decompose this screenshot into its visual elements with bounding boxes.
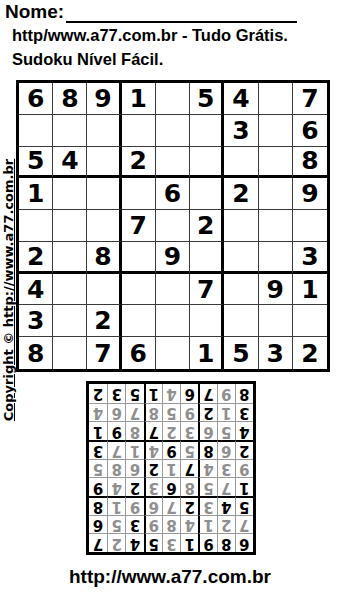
puzzle-cell-r8c4 [122, 305, 156, 337]
solution-cell-r4c5: 6 [162, 477, 180, 496]
puzzle-cell-r1c2: 8 [53, 83, 87, 115]
puzzle-cell-r3c8 [259, 147, 293, 179]
puzzle-cell-r9c2 [53, 337, 87, 369]
puzzle-cell-r7c4 [122, 274, 156, 306]
solution-cell-r7c6: 7 [144, 421, 162, 440]
puzzle-level-title: Sudoku Nível Fácil. [12, 50, 163, 69]
puzzle-cell-r7c2 [53, 274, 87, 306]
puzzle-cell-r9c3: 7 [87, 337, 121, 369]
solution-cell-r9c4: 6 [180, 384, 198, 403]
puzzle-cell-r9c9: 2 [293, 337, 327, 369]
solution-cell-r6c8: 7 [107, 440, 125, 459]
solution-cell-r1c5: 3 [162, 533, 180, 552]
solution-cell-r3c3: 3 [198, 496, 216, 515]
puzzle-cell-r7c3 [87, 274, 121, 306]
solution-cell-r8c4: 9 [180, 403, 198, 422]
puzzle-cell-r7c9: 1 [293, 274, 327, 306]
puzzle-cell-r2c4 [122, 115, 156, 147]
site-header-text: http/www.a77.com.br - Tudo Grátis. [12, 26, 288, 45]
puzzle-cell-r3c3 [87, 147, 121, 179]
solution-cell-r4c3: 5 [198, 477, 216, 496]
solution-cell-r3c9: 8 [89, 496, 107, 515]
solution-cell-r5c5: 1 [162, 459, 180, 478]
puzzle-cell-r4c5: 6 [156, 178, 190, 210]
solution-cell-r7c7: 8 [125, 421, 143, 440]
puzzle-cell-r9c6: 1 [190, 337, 224, 369]
puzzle-cell-r3c1: 5 [19, 147, 53, 179]
puzzle-cell-r1c4: 1 [122, 83, 156, 115]
puzzle-cell-r3c5 [156, 147, 190, 179]
solution-cell-r2c9: 6 [89, 515, 107, 534]
solution-cell-r3c6: 6 [144, 496, 162, 515]
puzzle-cell-r1c3: 9 [87, 83, 121, 115]
puzzle-cell-r2c2 [53, 115, 87, 147]
puzzle-cell-r2c7: 3 [224, 115, 258, 147]
puzzle-cell-r5c6: 2 [190, 210, 224, 242]
puzzle-cell-r1c1: 6 [19, 83, 53, 115]
solution-cell-r5c6: 2 [144, 459, 162, 478]
puzzle-cell-r6c4 [122, 242, 156, 274]
solution-cell-r2c2: 2 [217, 515, 235, 534]
sudoku-puzzle-grid: 689154736542816297228934791328761532 [16, 80, 330, 372]
puzzle-cell-r2c6 [190, 115, 224, 147]
solution-cell-r5c4: 7 [180, 459, 198, 478]
puzzle-cell-r1c7: 4 [224, 83, 258, 115]
solution-cell-r3c7: 9 [125, 496, 143, 515]
solution-cell-r1c9: 7 [89, 533, 107, 552]
solution-cell-r9c6: 1 [144, 384, 162, 403]
solution-cell-r2c1: 7 [235, 515, 253, 534]
puzzle-cell-r4c6 [190, 178, 224, 210]
puzzle-cell-r6c1: 2 [19, 242, 53, 274]
solution-cell-r8c2: 1 [217, 403, 235, 422]
puzzle-cell-r6c5: 9 [156, 242, 190, 274]
solution-cell-r4c9: 9 [89, 477, 107, 496]
puzzle-cell-r6c8 [259, 242, 293, 274]
puzzle-cell-r2c1 [19, 115, 53, 147]
puzzle-cell-r4c8 [259, 178, 293, 210]
solution-cell-r2c7: 3 [125, 515, 143, 534]
solution-cell-r4c8: 4 [107, 477, 125, 496]
puzzle-cell-r4c1: 1 [19, 178, 53, 210]
puzzle-cell-r9c5 [156, 337, 190, 369]
puzzle-cell-r3c2: 4 [53, 147, 87, 179]
puzzle-cell-r8c3: 2 [87, 305, 121, 337]
puzzle-cell-r2c5 [156, 115, 190, 147]
puzzle-cell-r8c8 [259, 305, 293, 337]
name-label: Nome: [5, 1, 64, 23]
solution-cell-r4c1: 1 [235, 477, 253, 496]
solution-cell-r5c2: 3 [217, 459, 235, 478]
puzzle-cell-r1c8 [259, 83, 293, 115]
solution-cell-r1c6: 5 [144, 533, 162, 552]
puzzle-cell-r7c1: 4 [19, 274, 53, 306]
puzzle-cell-r8c5 [156, 305, 190, 337]
solution-cell-r7c3: 6 [198, 421, 216, 440]
puzzle-cell-r3c9: 8 [293, 147, 327, 179]
puzzle-cell-r1c9: 7 [293, 83, 327, 115]
puzzle-cell-r5c9 [293, 210, 327, 242]
solution-cell-r7c5: 2 [162, 421, 180, 440]
solution-cell-r4c6: 3 [144, 477, 162, 496]
solution-cell-r7c2: 5 [217, 421, 235, 440]
puzzle-cell-r5c1 [19, 210, 53, 242]
puzzle-cell-r2c9: 6 [293, 115, 327, 147]
solution-cell-r3c1: 5 [235, 496, 253, 515]
solution-cell-r6c3: 8 [198, 440, 216, 459]
solution-cell-r6c1: 2 [235, 440, 253, 459]
puzzle-cell-r2c3 [87, 115, 121, 147]
puzzle-cell-r8c9 [293, 305, 327, 337]
solution-cell-r9c9: 2 [89, 384, 107, 403]
puzzle-cell-r6c7 [224, 242, 258, 274]
solution-cell-r8c3: 2 [198, 403, 216, 422]
solution-cell-r7c4: 3 [180, 421, 198, 440]
puzzle-cell-r3c7 [224, 147, 258, 179]
solution-cell-r8c5: 5 [162, 403, 180, 422]
solution-cell-r5c9: 5 [89, 459, 107, 478]
puzzle-cell-r6c2 [53, 242, 87, 274]
puzzle-cell-r4c9: 9 [293, 178, 327, 210]
puzzle-cell-r8c1: 3 [19, 305, 53, 337]
puzzle-cell-r3c6 [190, 147, 224, 179]
solution-cell-r6c9: 3 [89, 440, 107, 459]
solution-cell-r2c5: 8 [162, 515, 180, 534]
solution-cell-r9c7: 5 [125, 384, 143, 403]
solution-cell-r9c2: 9 [217, 384, 235, 403]
solution-cell-r1c1: 6 [235, 533, 253, 552]
puzzle-cell-r9c8: 3 [259, 337, 293, 369]
puzzle-cell-r6c6 [190, 242, 224, 274]
puzzle-cell-r9c7: 5 [224, 337, 258, 369]
puzzle-cell-r8c2 [53, 305, 87, 337]
solution-cell-r7c9: 1 [89, 421, 107, 440]
solution-cell-r4c4: 8 [180, 477, 198, 496]
puzzle-cell-r9c4: 6 [122, 337, 156, 369]
solution-cell-r4c7: 2 [125, 477, 143, 496]
puzzle-cell-r6c9: 3 [293, 242, 327, 274]
copyright-vertical-text: Copyright © http://www.a77.com.br [1, 140, 17, 440]
solution-cell-r2c8: 5 [107, 515, 125, 534]
solution-cell-r2c4: 4 [180, 515, 198, 534]
solution-cell-r2c3: 1 [198, 515, 216, 534]
puzzle-cell-r7c8: 9 [259, 274, 293, 306]
solution-cell-r8c1: 3 [235, 403, 253, 422]
solution-cell-r6c6: 4 [144, 440, 162, 459]
puzzle-cell-r5c5 [156, 210, 190, 242]
solution-cell-r8c9: 4 [89, 403, 107, 422]
solution-cell-r8c8: 6 [107, 403, 125, 422]
solution-cell-r9c1: 8 [235, 384, 253, 403]
puzzle-cell-r4c7: 2 [224, 178, 258, 210]
solution-cell-r1c4: 1 [180, 533, 198, 552]
solution-cell-r9c8: 3 [107, 384, 125, 403]
solution-cell-r6c4: 5 [180, 440, 198, 459]
solution-cell-r3c8: 1 [107, 496, 125, 515]
puzzle-cell-r2c8 [259, 115, 293, 147]
puzzle-cell-r7c6: 7 [190, 274, 224, 306]
puzzle-cell-r5c7 [224, 210, 258, 242]
puzzle-cell-r8c6 [190, 305, 224, 337]
solution-cell-r9c5: 4 [162, 384, 180, 403]
puzzle-cell-r4c3 [87, 178, 121, 210]
solution-cell-r8c6: 8 [144, 403, 162, 422]
solution-cell-r6c7: 1 [125, 440, 143, 459]
solution-cell-r1c3: 9 [198, 533, 216, 552]
solution-cell-r8c7: 7 [125, 403, 143, 422]
puzzle-cell-r3c4: 2 [122, 147, 156, 179]
solution-cell-r1c2: 8 [217, 533, 235, 552]
puzzle-cell-r7c7 [224, 274, 258, 306]
puzzle-cell-r6c3: 8 [87, 242, 121, 274]
name-fill-line [66, 5, 297, 23]
solution-cell-r4c2: 7 [217, 477, 235, 496]
name-row: Nome: [5, 1, 297, 23]
puzzle-cell-r1c5 [156, 83, 190, 115]
puzzle-cell-r5c4: 7 [122, 210, 156, 242]
solution-cell-r9c3: 7 [198, 384, 216, 403]
puzzle-cell-r4c4 [122, 178, 156, 210]
solution-cell-r3c5: 7 [162, 496, 180, 515]
solution-cell-r5c8: 8 [107, 459, 125, 478]
solution-cell-r7c1: 4 [235, 421, 253, 440]
footer-url: http://www.a77.com.br [0, 566, 340, 588]
puzzle-cell-r5c2 [53, 210, 87, 242]
puzzle-cell-r5c3 [87, 210, 121, 242]
solution-cell-r5c3: 4 [198, 459, 216, 478]
puzzle-cell-r7c5 [156, 274, 190, 306]
puzzle-cell-r8c7 [224, 305, 258, 337]
solution-cell-r2c6: 9 [144, 515, 162, 534]
solution-cell-r6c5: 9 [162, 440, 180, 459]
solution-cell-r3c2: 4 [217, 496, 235, 515]
solution-cell-r1c8: 2 [107, 533, 125, 552]
solution-cell-r1c7: 4 [125, 533, 143, 552]
solution-cell-r3c4: 2 [180, 496, 198, 515]
puzzle-cell-r4c2 [53, 178, 87, 210]
solution-cell-r5c1: 9 [235, 459, 253, 478]
solution-cell-r7c8: 9 [107, 421, 125, 440]
solution-cell-r6c2: 6 [217, 440, 235, 459]
puzzle-cell-r9c1: 8 [19, 337, 53, 369]
puzzle-cell-r1c6: 5 [190, 83, 224, 115]
sudoku-solution-grid-upside-down: 6891354277214893565432769181758632499347… [86, 381, 256, 555]
puzzle-cell-r5c8 [259, 210, 293, 242]
solution-cell-r5c7: 6 [125, 459, 143, 478]
